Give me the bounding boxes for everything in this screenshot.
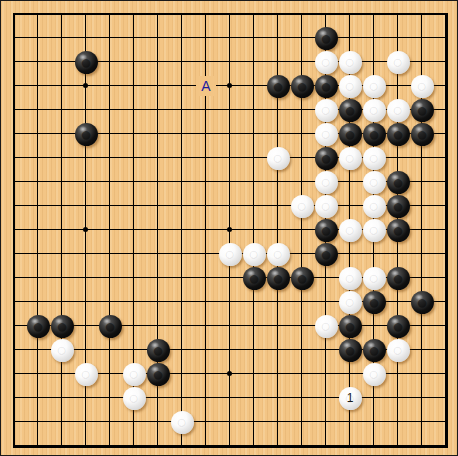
intersection-R14[interactable]: ●: [386, 122, 410, 146]
intersection-S15[interactable]: ●: [410, 98, 434, 122]
intersection-Q12[interactable]: ○: [362, 170, 386, 194]
intersection-K11[interactable]: [218, 194, 242, 218]
intersection-M17[interactable]: [266, 50, 290, 74]
intersection-B9[interactable]: [26, 242, 50, 266]
intersection-T1[interactable]: [434, 434, 458, 456]
intersection-C12[interactable]: [50, 170, 74, 194]
intersection-F6[interactable]: [122, 314, 146, 338]
intersection-R16[interactable]: [386, 74, 410, 98]
intersection-T6[interactable]: [434, 314, 458, 338]
intersection-P9[interactable]: [338, 242, 362, 266]
intersection-Q19[interactable]: [362, 2, 386, 26]
intersection-J15[interactable]: [194, 98, 218, 122]
intersection-D13[interactable]: [74, 146, 98, 170]
intersection-E4[interactable]: [98, 362, 122, 386]
intersection-A9[interactable]: [2, 242, 26, 266]
intersection-L1[interactable]: [242, 434, 266, 456]
intersection-B1[interactable]: [26, 434, 50, 456]
intersection-C7[interactable]: [50, 290, 74, 314]
intersection-M12[interactable]: [266, 170, 290, 194]
intersection-Q2[interactable]: [362, 410, 386, 434]
intersection-N5[interactable]: [290, 338, 314, 362]
intersection-P10[interactable]: ○: [338, 218, 362, 242]
intersection-S18[interactable]: [410, 26, 434, 50]
intersection-R9[interactable]: [386, 242, 410, 266]
intersection-D12[interactable]: [74, 170, 98, 194]
intersection-K18[interactable]: [218, 26, 242, 50]
intersection-A3[interactable]: [2, 386, 26, 410]
intersection-P4[interactable]: [338, 362, 362, 386]
intersection-J16[interactable]: A: [194, 74, 218, 98]
intersection-G19[interactable]: [146, 2, 170, 26]
intersection-P3[interactable]: ○1: [338, 386, 362, 410]
intersection-P5[interactable]: ●: [338, 338, 362, 362]
intersection-M8[interactable]: ●: [266, 266, 290, 290]
intersection-J11[interactable]: [194, 194, 218, 218]
intersection-K8[interactable]: [218, 266, 242, 290]
intersection-D6[interactable]: [74, 314, 98, 338]
intersection-G7[interactable]: [146, 290, 170, 314]
intersection-M16[interactable]: ●: [266, 74, 290, 98]
intersection-M9[interactable]: ○: [266, 242, 290, 266]
intersection-A8[interactable]: [2, 266, 26, 290]
intersection-L7[interactable]: [242, 290, 266, 314]
intersection-E16[interactable]: [98, 74, 122, 98]
intersection-R19[interactable]: [386, 2, 410, 26]
intersection-G17[interactable]: [146, 50, 170, 74]
intersection-A2[interactable]: [2, 410, 26, 434]
intersection-S5[interactable]: [410, 338, 434, 362]
intersection-O18[interactable]: ●: [314, 26, 338, 50]
intersection-G15[interactable]: [146, 98, 170, 122]
intersection-N1[interactable]: [290, 434, 314, 456]
intersection-T19[interactable]: [434, 2, 458, 26]
intersection-M18[interactable]: [266, 26, 290, 50]
intersection-G9[interactable]: [146, 242, 170, 266]
intersection-R7[interactable]: [386, 290, 410, 314]
intersection-Q14[interactable]: ●: [362, 122, 386, 146]
intersection-M7[interactable]: [266, 290, 290, 314]
intersection-R5[interactable]: ○: [386, 338, 410, 362]
intersection-S16[interactable]: ○: [410, 74, 434, 98]
intersection-G5[interactable]: ●: [146, 338, 170, 362]
intersection-A14[interactable]: [2, 122, 26, 146]
intersection-N10[interactable]: [290, 218, 314, 242]
intersection-B14[interactable]: [26, 122, 50, 146]
intersection-G4[interactable]: ●: [146, 362, 170, 386]
intersection-H13[interactable]: [170, 146, 194, 170]
intersection-A5[interactable]: [2, 338, 26, 362]
intersection-M5[interactable]: [266, 338, 290, 362]
intersection-K15[interactable]: [218, 98, 242, 122]
intersection-L16[interactable]: [242, 74, 266, 98]
intersection-A15[interactable]: [2, 98, 26, 122]
intersection-O12[interactable]: ○: [314, 170, 338, 194]
intersection-O17[interactable]: ○: [314, 50, 338, 74]
intersection-N19[interactable]: [290, 2, 314, 26]
intersection-M11[interactable]: [266, 194, 290, 218]
intersection-C15[interactable]: [50, 98, 74, 122]
intersection-J17[interactable]: [194, 50, 218, 74]
intersection-G10[interactable]: [146, 218, 170, 242]
intersection-M19[interactable]: [266, 2, 290, 26]
intersection-L5[interactable]: [242, 338, 266, 362]
intersection-J13[interactable]: [194, 146, 218, 170]
intersection-E17[interactable]: [98, 50, 122, 74]
intersection-L18[interactable]: [242, 26, 266, 50]
intersection-R1[interactable]: [386, 434, 410, 456]
intersection-H11[interactable]: [170, 194, 194, 218]
intersection-D4[interactable]: ○: [74, 362, 98, 386]
intersection-P6[interactable]: ●: [338, 314, 362, 338]
intersection-F13[interactable]: [122, 146, 146, 170]
intersection-R8[interactable]: ●: [386, 266, 410, 290]
intersection-P15[interactable]: ●: [338, 98, 362, 122]
intersection-B15[interactable]: [26, 98, 50, 122]
intersection-S9[interactable]: [410, 242, 434, 266]
intersection-B6[interactable]: ●: [26, 314, 50, 338]
intersection-F2[interactable]: [122, 410, 146, 434]
intersection-E2[interactable]: [98, 410, 122, 434]
intersection-H2[interactable]: ○: [170, 410, 194, 434]
intersection-J1[interactable]: [194, 434, 218, 456]
intersection-O14[interactable]: ○: [314, 122, 338, 146]
intersection-T11[interactable]: [434, 194, 458, 218]
intersection-B12[interactable]: [26, 170, 50, 194]
intersection-J14[interactable]: [194, 122, 218, 146]
intersection-K4[interactable]: [218, 362, 242, 386]
intersection-Q3[interactable]: [362, 386, 386, 410]
intersection-B16[interactable]: [26, 74, 50, 98]
intersection-H4[interactable]: [170, 362, 194, 386]
intersection-P18[interactable]: [338, 26, 362, 50]
intersection-S19[interactable]: [410, 2, 434, 26]
intersection-D19[interactable]: [74, 2, 98, 26]
intersection-G8[interactable]: [146, 266, 170, 290]
intersection-B10[interactable]: [26, 218, 50, 242]
intersection-M14[interactable]: [266, 122, 290, 146]
intersection-T7[interactable]: [434, 290, 458, 314]
intersection-D17[interactable]: ●: [74, 50, 98, 74]
intersection-A4[interactable]: [2, 362, 26, 386]
intersection-N16[interactable]: ●: [290, 74, 314, 98]
intersection-K14[interactable]: [218, 122, 242, 146]
intersection-K9[interactable]: ○: [218, 242, 242, 266]
intersection-H16[interactable]: [170, 74, 194, 98]
intersection-N18[interactable]: [290, 26, 314, 50]
intersection-K5[interactable]: [218, 338, 242, 362]
intersection-F9[interactable]: [122, 242, 146, 266]
intersection-B2[interactable]: [26, 410, 50, 434]
intersection-M1[interactable]: [266, 434, 290, 456]
intersection-G2[interactable]: [146, 410, 170, 434]
intersection-P11[interactable]: [338, 194, 362, 218]
intersection-H1[interactable]: [170, 434, 194, 456]
intersection-L13[interactable]: [242, 146, 266, 170]
intersection-P12[interactable]: [338, 170, 362, 194]
intersection-H3[interactable]: [170, 386, 194, 410]
intersection-H17[interactable]: [170, 50, 194, 74]
intersection-C4[interactable]: [50, 362, 74, 386]
intersection-Q7[interactable]: ●: [362, 290, 386, 314]
intersection-M10[interactable]: [266, 218, 290, 242]
intersection-A10[interactable]: [2, 218, 26, 242]
intersection-L8[interactable]: ●: [242, 266, 266, 290]
intersection-O11[interactable]: ○: [314, 194, 338, 218]
intersection-T9[interactable]: [434, 242, 458, 266]
intersection-C6[interactable]: ●: [50, 314, 74, 338]
intersection-O7[interactable]: [314, 290, 338, 314]
intersection-N8[interactable]: ●: [290, 266, 314, 290]
intersection-P2[interactable]: [338, 410, 362, 434]
intersection-K1[interactable]: [218, 434, 242, 456]
intersection-O8[interactable]: [314, 266, 338, 290]
intersection-F10[interactable]: [122, 218, 146, 242]
intersection-S13[interactable]: [410, 146, 434, 170]
intersection-D2[interactable]: [74, 410, 98, 434]
intersection-J8[interactable]: [194, 266, 218, 290]
intersection-O2[interactable]: [314, 410, 338, 434]
intersection-H7[interactable]: [170, 290, 194, 314]
intersection-G12[interactable]: [146, 170, 170, 194]
intersection-Q16[interactable]: ○: [362, 74, 386, 98]
intersection-K2[interactable]: [218, 410, 242, 434]
intersection-S2[interactable]: [410, 410, 434, 434]
intersection-T5[interactable]: [434, 338, 458, 362]
intersection-E19[interactable]: [98, 2, 122, 26]
intersection-L11[interactable]: [242, 194, 266, 218]
intersection-L10[interactable]: [242, 218, 266, 242]
intersection-R13[interactable]: [386, 146, 410, 170]
intersection-H8[interactable]: [170, 266, 194, 290]
intersection-Q9[interactable]: [362, 242, 386, 266]
intersection-L9[interactable]: ○: [242, 242, 266, 266]
intersection-B3[interactable]: [26, 386, 50, 410]
intersection-A11[interactable]: [2, 194, 26, 218]
intersection-C11[interactable]: [50, 194, 74, 218]
intersection-N14[interactable]: [290, 122, 314, 146]
intersection-O15[interactable]: ○: [314, 98, 338, 122]
intersection-G13[interactable]: [146, 146, 170, 170]
intersection-F18[interactable]: [122, 26, 146, 50]
intersection-R10[interactable]: ●: [386, 218, 410, 242]
intersection-S10[interactable]: [410, 218, 434, 242]
intersection-M3[interactable]: [266, 386, 290, 410]
intersection-S3[interactable]: [410, 386, 434, 410]
intersection-B5[interactable]: [26, 338, 50, 362]
intersection-D5[interactable]: [74, 338, 98, 362]
intersection-N6[interactable]: [290, 314, 314, 338]
intersection-R3[interactable]: [386, 386, 410, 410]
intersection-N2[interactable]: [290, 410, 314, 434]
intersection-B13[interactable]: [26, 146, 50, 170]
intersection-S17[interactable]: [410, 50, 434, 74]
intersection-T15[interactable]: [434, 98, 458, 122]
intersection-C18[interactable]: [50, 26, 74, 50]
intersection-N15[interactable]: [290, 98, 314, 122]
intersection-L17[interactable]: [242, 50, 266, 74]
intersection-C19[interactable]: [50, 2, 74, 26]
intersection-N9[interactable]: [290, 242, 314, 266]
intersection-O6[interactable]: ○: [314, 314, 338, 338]
intersection-C16[interactable]: [50, 74, 74, 98]
intersection-A7[interactable]: [2, 290, 26, 314]
intersection-S11[interactable]: [410, 194, 434, 218]
intersection-P17[interactable]: ○: [338, 50, 362, 74]
intersection-F8[interactable]: [122, 266, 146, 290]
intersection-J12[interactable]: [194, 170, 218, 194]
intersection-J2[interactable]: [194, 410, 218, 434]
intersection-H14[interactable]: [170, 122, 194, 146]
intersection-L6[interactable]: [242, 314, 266, 338]
intersection-S7[interactable]: ●: [410, 290, 434, 314]
intersection-T16[interactable]: [434, 74, 458, 98]
intersection-B18[interactable]: [26, 26, 50, 50]
intersection-K13[interactable]: [218, 146, 242, 170]
intersection-F4[interactable]: ○: [122, 362, 146, 386]
intersection-T12[interactable]: [434, 170, 458, 194]
intersection-F7[interactable]: [122, 290, 146, 314]
intersection-S14[interactable]: ●: [410, 122, 434, 146]
intersection-E14[interactable]: [98, 122, 122, 146]
intersection-A1[interactable]: [2, 434, 26, 456]
intersection-H10[interactable]: [170, 218, 194, 242]
intersection-N13[interactable]: [290, 146, 314, 170]
intersection-E12[interactable]: [98, 170, 122, 194]
intersection-Q18[interactable]: [362, 26, 386, 50]
intersection-O13[interactable]: ●: [314, 146, 338, 170]
intersection-K17[interactable]: [218, 50, 242, 74]
intersection-G3[interactable]: [146, 386, 170, 410]
intersection-R15[interactable]: ○: [386, 98, 410, 122]
intersection-H19[interactable]: [170, 2, 194, 26]
intersection-E11[interactable]: [98, 194, 122, 218]
intersection-C10[interactable]: [50, 218, 74, 242]
intersection-Q4[interactable]: ○: [362, 362, 386, 386]
intersection-O3[interactable]: [314, 386, 338, 410]
intersection-C3[interactable]: [50, 386, 74, 410]
intersection-F5[interactable]: [122, 338, 146, 362]
intersection-J10[interactable]: [194, 218, 218, 242]
intersection-E7[interactable]: [98, 290, 122, 314]
intersection-F1[interactable]: [122, 434, 146, 456]
intersection-Q10[interactable]: ○: [362, 218, 386, 242]
intersection-E18[interactable]: [98, 26, 122, 50]
intersection-L15[interactable]: [242, 98, 266, 122]
intersection-H12[interactable]: [170, 170, 194, 194]
intersection-R11[interactable]: ●: [386, 194, 410, 218]
intersection-F16[interactable]: [122, 74, 146, 98]
intersection-D3[interactable]: [74, 386, 98, 410]
intersection-K6[interactable]: [218, 314, 242, 338]
intersection-Q5[interactable]: ●: [362, 338, 386, 362]
intersection-H18[interactable]: [170, 26, 194, 50]
intersection-G16[interactable]: [146, 74, 170, 98]
intersection-N7[interactable]: [290, 290, 314, 314]
intersection-L3[interactable]: [242, 386, 266, 410]
intersection-Q1[interactable]: [362, 434, 386, 456]
intersection-Q11[interactable]: ○: [362, 194, 386, 218]
intersection-M13[interactable]: ○: [266, 146, 290, 170]
intersection-H9[interactable]: [170, 242, 194, 266]
intersection-T8[interactable]: [434, 266, 458, 290]
intersection-D10[interactable]: [74, 218, 98, 242]
intersection-N12[interactable]: [290, 170, 314, 194]
intersection-O4[interactable]: [314, 362, 338, 386]
intersection-F11[interactable]: [122, 194, 146, 218]
intersection-D18[interactable]: [74, 26, 98, 50]
intersection-J3[interactable]: [194, 386, 218, 410]
intersection-A18[interactable]: [2, 26, 26, 50]
intersection-T17[interactable]: [434, 50, 458, 74]
intersection-K10[interactable]: [218, 218, 242, 242]
intersection-H5[interactable]: [170, 338, 194, 362]
intersection-P1[interactable]: [338, 434, 362, 456]
intersection-S12[interactable]: [410, 170, 434, 194]
intersection-D15[interactable]: [74, 98, 98, 122]
intersection-F15[interactable]: [122, 98, 146, 122]
intersection-R6[interactable]: ●: [386, 314, 410, 338]
intersection-T10[interactable]: [434, 218, 458, 242]
intersection-R2[interactable]: [386, 410, 410, 434]
intersection-S4[interactable]: [410, 362, 434, 386]
intersection-F19[interactable]: [122, 2, 146, 26]
intersection-F3[interactable]: ○: [122, 386, 146, 410]
intersection-S6[interactable]: [410, 314, 434, 338]
intersection-C17[interactable]: [50, 50, 74, 74]
intersection-Q15[interactable]: ○: [362, 98, 386, 122]
intersection-G6[interactable]: [146, 314, 170, 338]
intersection-J18[interactable]: [194, 26, 218, 50]
intersection-C13[interactable]: [50, 146, 74, 170]
intersection-Q13[interactable]: ○: [362, 146, 386, 170]
intersection-D8[interactable]: [74, 266, 98, 290]
intersection-A17[interactable]: [2, 50, 26, 74]
intersection-P14[interactable]: ●: [338, 122, 362, 146]
intersection-Q8[interactable]: ○: [362, 266, 386, 290]
intersection-J9[interactable]: [194, 242, 218, 266]
intersection-M6[interactable]: [266, 314, 290, 338]
intersection-A12[interactable]: [2, 170, 26, 194]
intersection-O9[interactable]: ●: [314, 242, 338, 266]
intersection-J4[interactable]: [194, 362, 218, 386]
intersection-M15[interactable]: [266, 98, 290, 122]
intersection-E10[interactable]: [98, 218, 122, 242]
intersection-B17[interactable]: [26, 50, 50, 74]
intersection-O19[interactable]: [314, 2, 338, 26]
intersection-B19[interactable]: [26, 2, 50, 26]
intersection-P7[interactable]: ○: [338, 290, 362, 314]
intersection-S8[interactable]: [410, 266, 434, 290]
intersection-T14[interactable]: [434, 122, 458, 146]
intersection-M4[interactable]: [266, 362, 290, 386]
intersection-P16[interactable]: ○: [338, 74, 362, 98]
intersection-C9[interactable]: [50, 242, 74, 266]
intersection-J7[interactable]: [194, 290, 218, 314]
intersection-E5[interactable]: [98, 338, 122, 362]
intersection-L19[interactable]: [242, 2, 266, 26]
intersection-K16[interactable]: [218, 74, 242, 98]
intersection-H15[interactable]: [170, 98, 194, 122]
intersection-J6[interactable]: [194, 314, 218, 338]
intersection-J5[interactable]: [194, 338, 218, 362]
intersection-K7[interactable]: [218, 290, 242, 314]
intersection-O16[interactable]: ●: [314, 74, 338, 98]
intersection-G1[interactable]: [146, 434, 170, 456]
intersection-K3[interactable]: [218, 386, 242, 410]
intersection-M2[interactable]: [266, 410, 290, 434]
intersection-R12[interactable]: ●: [386, 170, 410, 194]
